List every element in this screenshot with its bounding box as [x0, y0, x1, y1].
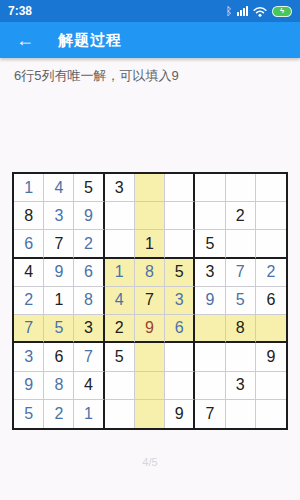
- cell-r8c9: [256, 372, 286, 400]
- cell-r1c8: [226, 174, 256, 202]
- screen: 7:38 ᛒ ϟ ← 解题过程 6行5列有唯一解，可以填入9 145383926…: [0, 0, 300, 500]
- cell-r6c4: 2: [105, 315, 135, 343]
- cell-r1c3: 5: [74, 174, 104, 202]
- cell-r8c5: [135, 372, 165, 400]
- cell-r4c8: 7: [226, 259, 256, 287]
- cell-r1c4: 3: [105, 174, 135, 202]
- cell-r8c8: 3: [226, 372, 256, 400]
- cell-r3c7: 5: [195, 230, 225, 258]
- cell-r2c4: [105, 202, 135, 230]
- cell-r8c3: 4: [74, 372, 104, 400]
- cell-r6c9: [256, 315, 286, 343]
- cell-r9c1: 5: [14, 400, 44, 428]
- cell-r6c6: 6: [165, 315, 195, 343]
- cell-r3c3: 2: [74, 230, 104, 258]
- cell-r5c6: 3: [165, 287, 195, 315]
- cell-r9c3: 1: [74, 400, 104, 428]
- cell-r8c4: [105, 372, 135, 400]
- cell-r5c9: 6: [256, 287, 286, 315]
- battery-charging-icon: ϟ: [272, 6, 292, 17]
- page-indicator: 4/5: [0, 456, 300, 468]
- page-title: 解题过程: [58, 31, 122, 50]
- status-icons: ᛒ ϟ: [225, 6, 292, 17]
- cell-r5c2: 1: [44, 287, 74, 315]
- cell-r6c1: 7: [14, 315, 44, 343]
- cell-r9c4: [105, 400, 135, 428]
- cell-r5c4: 4: [105, 287, 135, 315]
- cell-r6c8: 8: [226, 315, 256, 343]
- cell-r7c6: [165, 343, 195, 371]
- cell-r7c8: [226, 343, 256, 371]
- cell-r2c1: 8: [14, 202, 44, 230]
- cell-r9c6: 9: [165, 400, 195, 428]
- cell-r8c7: [195, 372, 225, 400]
- cell-r9c7: 7: [195, 400, 225, 428]
- wifi-icon: [253, 6, 267, 17]
- cell-r1c7: [195, 174, 225, 202]
- cell-r8c2: 8: [44, 372, 74, 400]
- cell-r8c6: [165, 372, 195, 400]
- cell-r6c7: [195, 315, 225, 343]
- cell-r9c5: [135, 400, 165, 428]
- cell-r2c6: [165, 202, 195, 230]
- cell-r4c2: 9: [44, 259, 74, 287]
- cell-r5c3: 8: [74, 287, 104, 315]
- status-time: 7:38: [8, 4, 32, 18]
- sudoku-board[interactable]: 1453839267215496185372218473956753296836…: [12, 172, 288, 430]
- cell-r3c4: [105, 230, 135, 258]
- cell-r6c5: 9: [135, 315, 165, 343]
- cell-r2c2: 3: [44, 202, 74, 230]
- cell-r4c6: 5: [165, 259, 195, 287]
- back-button[interactable]: ←: [16, 31, 34, 49]
- cell-r3c1: 6: [14, 230, 44, 258]
- charging-bolt-icon: ϟ: [280, 7, 284, 15]
- cell-r1c5: [135, 174, 165, 202]
- cell-r8c1: 9: [14, 372, 44, 400]
- cell-r6c3: 3: [74, 315, 104, 343]
- hint-message: 6行5列有唯一解，可以填入9: [14, 66, 290, 86]
- cell-r5c8: 5: [226, 287, 256, 315]
- status-bar: 7:38 ᛒ ϟ: [0, 0, 300, 22]
- cell-r4c4: 1: [105, 259, 135, 287]
- cell-r1c9: [256, 174, 286, 202]
- cell-r4c1: 4: [14, 259, 44, 287]
- cell-r7c2: 6: [44, 343, 74, 371]
- cell-r6c2: 5: [44, 315, 74, 343]
- cell-r2c5: [135, 202, 165, 230]
- cell-r3c8: [226, 230, 256, 258]
- cell-r4c5: 8: [135, 259, 165, 287]
- cell-r3c9: [256, 230, 286, 258]
- bluetooth-icon: ᛒ: [225, 6, 232, 17]
- cell-r3c5: 1: [135, 230, 165, 258]
- cell-r4c9: 2: [256, 259, 286, 287]
- cell-r2c7: [195, 202, 225, 230]
- cell-r7c5: [135, 343, 165, 371]
- cell-r3c2: 7: [44, 230, 74, 258]
- cell-r3c6: [165, 230, 195, 258]
- cell-r7c1: 3: [14, 343, 44, 371]
- cell-r4c7: 3: [195, 259, 225, 287]
- cell-r5c7: 9: [195, 287, 225, 315]
- cell-r2c9: [256, 202, 286, 230]
- cell-r9c8: [226, 400, 256, 428]
- cell-r7c4: 5: [105, 343, 135, 371]
- cell-r1c1: 1: [14, 174, 44, 202]
- cell-r7c3: 7: [74, 343, 104, 371]
- app-bar: ← 解题过程: [0, 22, 300, 58]
- cell-r4c3: 6: [74, 259, 104, 287]
- cell-r2c8: 2: [226, 202, 256, 230]
- cell-r2c3: 9: [74, 202, 104, 230]
- cell-r5c5: 7: [135, 287, 165, 315]
- cell-r9c9: [256, 400, 286, 428]
- cell-r1c6: [165, 174, 195, 202]
- cell-r9c2: 2: [44, 400, 74, 428]
- cell-r1c2: 4: [44, 174, 74, 202]
- cell-r7c7: [195, 343, 225, 371]
- signal-icon: [237, 6, 248, 16]
- cell-r5c1: 2: [14, 287, 44, 315]
- cell-r7c9: 9: [256, 343, 286, 371]
